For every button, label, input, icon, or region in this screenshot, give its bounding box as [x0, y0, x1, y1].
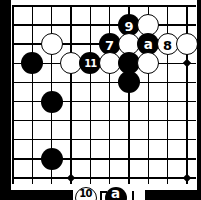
- grid-line-horizontal: [12, 158, 196, 160]
- board-top-edge-line: [12, 5, 196, 8]
- caption-bracket-close-icon: [127, 191, 134, 200]
- grid-line-vertical: [109, 5, 111, 184]
- grid-line-horizontal: [12, 177, 196, 179]
- stone: [176, 33, 198, 55]
- stone: [41, 148, 63, 170]
- stone: [41, 33, 63, 55]
- star-point: [183, 174, 191, 182]
- stone-label: 9: [124, 19, 133, 32]
- stone: [21, 52, 43, 74]
- stone-label: a: [111, 187, 120, 200]
- caption-stone-move-10: 10: [75, 187, 97, 200]
- grid-line-vertical: [90, 5, 92, 184]
- grid-line-horizontal: [12, 120, 196, 122]
- grid-line-vertical: [32, 5, 34, 184]
- grid-line-horizontal: [12, 139, 196, 141]
- stone-label: a: [144, 38, 153, 52]
- star-point: [183, 59, 191, 67]
- board-left-edge-line: [12, 5, 14, 184]
- stone-label: 10: [79, 189, 91, 199]
- grid-line-vertical: [70, 5, 72, 184]
- grid-line-vertical: [167, 5, 169, 184]
- stone: [137, 52, 159, 74]
- grid-line-horizontal: [12, 24, 196, 26]
- grid-line-horizontal: [12, 101, 196, 103]
- frame-bar-left: [0, 0, 11, 200]
- caption-stone-at-a: a: [105, 187, 127, 200]
- grid-line-vertical: [186, 5, 188, 184]
- frame-bar-right: [197, 0, 201, 200]
- stone: 11: [79, 52, 101, 74]
- go-diagram: 97a811 10a: [0, 0, 200, 200]
- grid-line-horizontal: [12, 82, 196, 84]
- stone: [41, 91, 63, 113]
- stone: [118, 71, 140, 93]
- stone-label: 11: [84, 59, 96, 69]
- star-point: [67, 174, 75, 182]
- stone-label: 7: [105, 38, 114, 51]
- stone-label: 8: [163, 38, 172, 51]
